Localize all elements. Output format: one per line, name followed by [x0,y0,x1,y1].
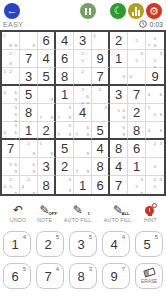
note-digit: 5 [81,58,85,62]
cell-r9c7[interactable]: 7 [110,176,128,194]
pencil-notes: 4 [128,68,145,84]
note-digit [147,159,151,162]
note-digit [104,40,107,43]
note-digit [153,123,157,126]
cell-digit: 8 [128,122,145,138]
pencil-notes: 5 [146,158,164,175]
note-digit [14,58,18,60]
note-digit [111,132,115,136]
pencil-notes: 1 [92,32,108,49]
note-digit: 6 [122,108,126,112]
cell-r1c1[interactable]: 189 [2,32,20,50]
note-digit [27,162,31,166]
cell-r4c2[interactable]: 5 [20,86,38,104]
cell-r7c8[interactable]: 6 [128,140,146,158]
pencil-notes: 12 [2,68,19,84]
cell-r4c6[interactable]: 2 [92,86,110,104]
cell-r9c8[interactable]: 359 [128,176,146,194]
cell-r4c3[interactable]: 9 [38,86,56,104]
note-digit [117,80,121,83]
cell-r8c8[interactable]: 1 [128,158,146,176]
cell-digit: 1 [128,158,145,175]
note-digit [140,45,144,48]
cell-r8c6[interactable]: 8 [92,158,110,176]
note-digit: 3 [14,105,18,109]
cell-r1c3[interactable]: 6 [38,32,56,50]
tool-badge: OFF [48,212,56,216]
cell-digit: 5 [56,140,73,157]
note-digit [75,58,79,62]
digit-key-3[interactable]: 35 [69,231,97,257]
note-digit [63,188,67,192]
cell-r3c7[interactable]: 6 [110,68,128,86]
cell-r4c7[interactable]: 3 [110,86,128,104]
digit-key-8[interactable]: 83 [69,263,97,289]
cell-r1c6[interactable]: 1 [92,32,110,50]
note-digit [140,74,144,78]
cell-r8c9[interactable]: 5 [146,158,164,176]
digit-key-6[interactable]: 65 [3,263,31,289]
cell-r2c8[interactable]: 35 [128,50,146,68]
note-digit [159,58,163,62]
cell-r6c5[interactable]: 679 [74,122,92,140]
pause-icon [85,8,91,15]
note-digit: 6 [86,125,90,129]
note-digit [111,105,115,107]
number-pad: 142535445565748397ERASE [0,231,166,289]
pencil-notes: 9 [74,140,91,157]
note-digit [147,36,151,40]
cell-r2c4[interactable]: 6 [56,50,74,68]
note-button[interactable]: ✎OFFNOTE [36,203,53,224]
cell-r1c8[interactable]: 5 [128,32,146,50]
cell-r7c2[interactable]: 29 [20,140,38,158]
note-digit: 9 [68,188,72,192]
note-digit [44,115,47,119]
pencil-notes: 28 [2,50,19,67]
cell-r7c6[interactable]: 4 [92,140,110,158]
note-digit [44,87,47,90]
note-digit: 5 [117,108,121,112]
note-digit [153,128,157,132]
note-digit: 3 [14,123,18,127]
cell-r2c2[interactable]: 7 [20,50,38,68]
cell-r2c1[interactable]: 28 [2,50,20,68]
note-digit: 9 [86,132,90,136]
cell-r6c1[interactable]: 3469 [2,122,20,140]
note-digit [153,171,157,174]
pencil-notes: 5 [128,32,145,49]
note-digit [147,123,151,126]
note-digit [135,45,139,48]
note-digit [75,69,79,73]
note-digit [81,146,85,149]
pencil-notes: 69 [110,122,127,138]
note-digit [122,105,126,107]
note-digit [9,90,13,94]
back-button[interactable]: ← [4,3,20,19]
toolbar: ↶UNDO✎OFFNOTE✎1AUTO FILL✎ALLAUTO FILLHIN… [0,196,166,224]
cell-r1c4[interactable]: 4 [56,32,74,50]
note-digit [93,45,96,48]
note-digit: 5 [153,164,157,168]
note-digit [9,97,13,101]
cell-digit: 1 [110,50,127,67]
note-digit [129,80,133,83]
cell-r4c9[interactable]: 46 [146,86,164,104]
pencil-notes: 2689 [74,86,91,103]
note-digit [14,80,18,83]
note-digit [21,159,25,161]
note-digit [159,36,163,40]
cell-r8c1[interactable]: 569 [2,158,20,176]
pencil-notes: 569 [2,158,19,175]
cell-r5c6[interactable]: 3 [92,104,110,122]
cell-r5c8[interactable]: 2 [128,104,146,122]
note-digit [3,177,7,181]
cell-r7c9[interactable]: 23 [146,140,164,158]
cell-r6c2[interactable]: 1 [20,122,38,140]
note-digit [111,108,115,112]
cell-r4c8[interactable]: 7 [128,86,146,104]
note-digit [9,76,13,79]
note-digit [159,153,163,156]
note-digit [81,151,85,155]
cell-r5c4[interactable]: 379 [56,104,74,122]
cell-r8c5[interactable]: 79 [74,158,92,176]
pencil-notes: 35 [128,50,145,67]
note-digit [147,191,151,193]
note-digit [44,97,47,101]
note-digit [159,164,163,168]
cell-r4c4[interactable]: 1 [56,86,74,104]
digit-key-4[interactable]: 44 [102,231,130,257]
note-digit [3,87,7,89]
cell-r5c3[interactable]: 79 [38,104,56,122]
note-digit: 7 [57,115,61,119]
note-digit [81,125,85,129]
pencil-notes: 46 [146,86,164,103]
note-digit [3,159,7,161]
cell-r3c1[interactable]: 12 [2,68,20,86]
note-digit: 4 [21,184,25,188]
note-digit [117,69,121,72]
cell-r7c5[interactable]: 9 [74,140,92,158]
cell-digit: 2 [56,158,73,175]
cell-r6c4[interactable]: 379 [56,122,74,140]
cell-r2c6[interactable]: 9 [92,50,110,68]
note-digit [98,94,101,97]
note-digit [81,122,85,123]
pencil-notes: 249 [20,176,37,194]
info-row: EASY 0:03 [0,19,166,30]
note-digit: 3 [68,105,72,109]
note-digit [9,159,13,161]
note-digit [86,141,90,144]
cell-r5c2[interactable]: 8 [20,104,38,122]
note-digit: 6 [14,162,18,166]
cell-digit: 6 [38,32,54,49]
note-digit [21,38,25,41]
note-digit: 7 [75,169,79,173]
cell-r3c6[interactable]: 7 [92,68,110,86]
cell-digit: 3 [74,32,91,49]
note-digit [98,33,101,37]
note-digit: 5 [153,58,157,62]
cell-r3c9[interactable]: 9 [146,68,164,86]
cell-digit: 7 [92,68,108,84]
cell-r2c5[interactable]: 25 [74,50,92,68]
undo-button[interactable]: ↶UNDO [9,203,27,224]
note-digit [81,80,85,83]
cell-r2c7[interactable]: 1 [110,50,128,68]
cell-r9c1[interactable]: 2459 [2,176,20,194]
cell-digit: 8 [92,158,108,175]
cell-r7c1[interactable]: 7 [2,140,20,158]
tool-label: UNDO [10,218,26,223]
note-digit [3,191,7,195]
pencil-notes: 9 [20,32,37,49]
note-digit [39,151,42,155]
tool-label: AUTO FILL [104,218,131,223]
note-digit: 9 [14,43,18,47]
note-digit [122,122,126,123]
settings-button[interactable]: ⚙ [146,3,162,19]
note-digit: 9 [14,169,18,173]
tool-label: AUTO FILL [64,218,91,223]
cell-r8c7[interactable]: 4 [110,158,128,176]
pencil-notes: 359 [128,176,145,194]
note-digit [44,141,47,145]
cell-r6c7[interactable]: 69 [110,122,128,140]
cell-r7c3[interactable]: 19 [38,140,56,158]
note-digit: 2 [81,69,85,73]
cell-digit: 3 [110,86,127,103]
cell-r9c4[interactable]: 39 [56,176,74,194]
pause-button[interactable] [80,3,96,19]
cell-r6c6[interactable]: 5 [92,122,110,140]
note-digit [159,148,163,151]
theme-button[interactable]: ☾ [110,3,126,19]
hint-button[interactable]: HINT [143,203,157,224]
note-digit [129,33,133,36]
note-digit [147,141,151,145]
note-digit: 6 [159,112,163,116]
note-digit: 2 [81,87,85,91]
note-digit: 3 [68,177,72,181]
note-digit: 9 [50,97,53,101]
cell-r3c4[interactable]: 8 [56,68,74,86]
note-digit: 6 [14,130,18,134]
note-digit [159,33,163,35]
cell-r9c6[interactable]: 6 [92,176,110,194]
note-digit [57,177,61,181]
note-digit [44,105,47,108]
tool-label: HINT [143,218,156,223]
note-digit [57,188,61,192]
note-digit [147,153,151,156]
note-digit [57,105,61,109]
note-digit: 8 [153,43,157,47]
pencil-notes: 2 [74,68,91,84]
note-digit [57,184,61,186]
note-digit: 2 [9,177,13,181]
cell-r1c9[interactable]: 578 [146,32,164,50]
note-digit [86,51,90,55]
pencil-notes: 69 [20,158,37,175]
digit-key-2[interactable]: 25 [36,231,64,257]
note-digit [159,159,163,162]
note-digit: 4 [3,184,7,188]
key-digit: 5 [136,232,162,256]
note-digit [104,45,107,48]
cell-r3c3[interactable]: 5 [38,68,56,86]
note-digit [135,51,139,55]
note-digit [147,148,151,151]
note-digit: 4 [147,92,151,96]
autofill-all-button[interactable]: ✎ALLAUTO FILL [102,203,133,224]
cell-digit: 1 [56,86,73,103]
note-digit [111,69,115,72]
gear-icon: ⚙ [149,6,159,17]
note-digit [27,33,31,36]
pencil-icon: ✎1 [73,203,83,216]
note-digit [153,105,157,109]
note-digit [3,80,7,83]
cell-digit: 4 [92,140,108,157]
cell-r6c9[interactable]: 46 [146,122,164,140]
note-digit [14,40,18,42]
note-digit [140,65,144,67]
cell-r5c5[interactable]: 4 [74,104,92,122]
cell-r7c7[interactable]: 8 [110,140,128,158]
note-digit: 5 [153,36,157,40]
cell-r1c2[interactable]: 9 [20,32,38,50]
note-digit: 5 [153,184,157,188]
note-digit [3,105,7,109]
cell-r1c7[interactable]: 2 [110,32,128,50]
pencil-notes: 46 [146,122,164,138]
pencil-notes: 2459 [2,176,19,194]
note-digit [140,69,144,72]
note-digit: 4 [129,74,133,78]
cell-r9c2[interactable]: 249 [20,176,38,194]
cell-r6c3[interactable]: 2 [38,122,56,140]
note-digit [32,177,36,181]
note-digit [50,87,53,90]
cell-r2c9[interactable]: 358 [146,50,164,68]
note-digit [14,69,18,73]
note-digit [50,105,53,108]
cell-r4c5[interactable]: 2689 [74,86,92,104]
note-digit [27,38,31,41]
note-digit [14,159,18,161]
cell-r2c3[interactable]: 4 [38,50,56,68]
cell-r3c2[interactable]: 3 [20,68,38,86]
key-digit: 1 [4,232,30,256]
note-digit [44,110,47,113]
note-digit [129,51,133,55]
note-digit [147,171,151,174]
cell-r5c9[interactable]: 156 [146,104,164,122]
erase-key[interactable]: ERASE [135,263,163,289]
note-digit [153,87,157,90]
note-digit [21,43,25,47]
note-digit: 5 [135,184,139,188]
note-digit [39,92,42,95]
note-digit [3,58,7,60]
cell-digit: 6 [92,176,108,194]
remaining-count: 7 [122,266,125,272]
cell-r6c8[interactable]: 8 [128,122,146,140]
note-digit [86,69,90,73]
cell-digit: 7 [110,176,127,194]
note-digit [147,33,151,35]
note-digit [68,112,72,114]
note-digit [104,99,107,102]
note-digit [27,169,31,173]
note-digit [27,159,31,161]
pencil-notes: 235 [146,176,164,194]
cell-r8c4[interactable]: 2 [56,158,74,176]
note-digit [117,74,121,78]
note-digit: 9 [32,191,36,195]
cell-r8c2[interactable]: 69 [20,158,38,176]
cell-r3c5[interactable]: 2 [74,68,92,86]
difficulty-label: EASY [3,21,23,28]
autofill-one-button[interactable]: ✎1AUTO FILL [62,203,93,224]
digit-key-9[interactable]: 97 [102,263,130,289]
cell-r7c4[interactable]: 5 [56,140,74,158]
cell-r9c5[interactable]: 1 [74,176,92,194]
digit-key-1[interactable]: 14 [3,231,31,257]
digit-key-7[interactable]: 74 [36,263,64,289]
sudoku-grid: 1899643125578287462591353581235827649469… [0,30,166,196]
note-digit [159,191,163,193]
note-digit [14,177,18,181]
eraser-icon [143,267,156,277]
digit-key-5[interactable]: 55 [135,231,163,257]
cell-r5c1[interactable]: 369 [2,104,20,122]
note-digit [98,112,101,115]
statistics-button[interactable] [128,3,144,19]
note-digit [153,33,157,35]
note-digit [86,58,90,62]
cell-r4c1[interactable]: 469 [2,86,20,104]
cell-digit: 1 [74,176,91,194]
note-digit [93,94,96,97]
note-digit [147,177,151,181]
remaining-count: 4 [23,234,26,240]
timer-value: 0:03 [149,21,163,28]
cell-r9c3[interactable]: 8 [38,176,56,194]
note-digit [159,171,163,174]
note-digit: 3 [140,51,144,55]
note-digit [3,123,7,127]
cell-r9c9[interactable]: 235 [146,176,164,194]
cell-digit: 4 [74,104,91,121]
note-digit [98,45,101,48]
cell-r8c3[interactable]: 3 [38,158,56,176]
pencil-notes: 9 [38,86,54,103]
note-digit [81,65,85,67]
note-digit [147,164,151,168]
cell-r3c8[interactable]: 4 [128,68,146,86]
note-digit [44,92,47,95]
cell-r1c5[interactable]: 3 [74,32,92,50]
note-digit [147,134,151,137]
cell-r5c7[interactable]: 569 [110,104,128,122]
